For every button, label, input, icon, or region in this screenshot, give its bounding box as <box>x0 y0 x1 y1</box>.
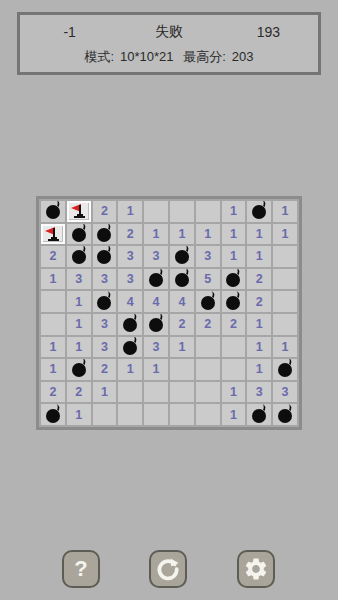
cell-r9c4[interactable] <box>118 382 142 403</box>
cell-r4c9[interactable]: 2 <box>247 269 271 290</box>
cell-r5c1[interactable] <box>41 291 65 312</box>
cell-r2c7[interactable]: 1 <box>196 224 220 245</box>
cell-r8c1[interactable]: 1 <box>41 359 65 380</box>
cell-r3c4[interactable]: 3 <box>118 246 142 267</box>
bomb-icon <box>175 273 189 287</box>
cell-r5c4[interactable]: 4 <box>118 291 142 312</box>
bomb-icon <box>97 296 111 310</box>
mode-row: 模式:10*10*21 最高分:203 <box>20 48 318 66</box>
cell-r9c3[interactable]: 1 <box>93 382 117 403</box>
bomb-icon <box>97 228 111 242</box>
cell-r5c6[interactable]: 4 <box>170 291 194 312</box>
cell-r3c6[interactable] <box>170 246 194 267</box>
bomb-icon <box>278 363 292 377</box>
cell-r5c7[interactable] <box>196 291 220 312</box>
cell-r4c4[interactable]: 3 <box>118 269 142 290</box>
cell-r1c3[interactable]: 2 <box>93 201 117 222</box>
cell-r4c3[interactable]: 3 <box>93 269 117 290</box>
cell-r2c5[interactable]: 1 <box>144 224 168 245</box>
cell-r8c4[interactable]: 1 <box>118 359 142 380</box>
bomb-icon <box>252 409 266 423</box>
cell-r6c1[interactable] <box>41 314 65 335</box>
cell-r10c2[interactable]: 1 <box>67 404 91 425</box>
cell-r2c9[interactable]: 1 <box>247 224 271 245</box>
restart-button[interactable] <box>149 550 187 588</box>
cell-r7c5[interactable]: 3 <box>144 337 168 358</box>
cell-r3c2[interactable] <box>67 246 91 267</box>
cell-r9c1[interactable]: 2 <box>41 382 65 403</box>
bomb-icon <box>46 409 60 423</box>
cell-r9c7[interactable] <box>196 382 220 403</box>
cell-r8c9[interactable]: 1 <box>247 359 271 380</box>
status-panel: -1 失败 193 模式:10*10*21 最高分:203 <box>17 12 321 75</box>
cell-r1c7[interactable] <box>196 201 220 222</box>
cell-r8c7[interactable] <box>196 359 220 380</box>
cell-r1c4[interactable]: 1 <box>118 201 142 222</box>
cell-r7c2[interactable]: 1 <box>67 337 91 358</box>
cell-r1c9[interactable] <box>247 201 271 222</box>
cell-r5c3[interactable] <box>93 291 117 312</box>
bomb-icon <box>226 273 240 287</box>
cell-r6c4[interactable] <box>118 314 142 335</box>
refresh-icon <box>155 556 181 582</box>
cell-r8c5[interactable]: 1 <box>144 359 168 380</box>
bomb-icon <box>201 296 215 310</box>
cell-r6c9[interactable]: 1 <box>247 314 271 335</box>
cell-r2c3[interactable] <box>93 224 117 245</box>
cell-r6c3[interactable]: 3 <box>93 314 117 335</box>
cell-r10c7[interactable] <box>196 404 220 425</box>
cell-r2c6[interactable]: 1 <box>170 224 194 245</box>
cell-r6c8[interactable]: 2 <box>222 314 246 335</box>
score-value: -1 <box>20 24 119 40</box>
cell-r7c9[interactable]: 1 <box>247 337 271 358</box>
cell-r5c9[interactable]: 2 <box>247 291 271 312</box>
cell-r9c10[interactable]: 3 <box>273 382 297 403</box>
cell-r10c1[interactable] <box>41 404 65 425</box>
cell-r1c8[interactable]: 1 <box>222 201 246 222</box>
cell-r5c2[interactable]: 1 <box>67 291 91 312</box>
cell-r3c9[interactable]: 1 <box>247 246 271 267</box>
cell-r7c10[interactable]: 1 <box>273 337 297 358</box>
cell-r9c8[interactable]: 1 <box>222 382 246 403</box>
cell-r6c7[interactable]: 2 <box>196 314 220 335</box>
cell-r10c5[interactable] <box>144 404 168 425</box>
bomb-icon <box>123 341 137 355</box>
cell-r1c5[interactable] <box>144 201 168 222</box>
cell-r6c6[interactable]: 2 <box>170 314 194 335</box>
cell-r9c2[interactable]: 2 <box>67 382 91 403</box>
cell-r10c3[interactable] <box>93 404 117 425</box>
cell-r10c4[interactable] <box>118 404 142 425</box>
cell-r5c10[interactable] <box>273 291 297 312</box>
mode-label: 模式: <box>84 49 114 64</box>
board-grid: 2111211111123331113335214442132221113311… <box>36 196 302 430</box>
cell-r8c6[interactable] <box>170 359 194 380</box>
cell-r3c3[interactable] <box>93 246 117 267</box>
cell-r4c2[interactable]: 3 <box>67 269 91 290</box>
cell-r2c8[interactable]: 1 <box>222 224 246 245</box>
cell-r3c8[interactable]: 1 <box>222 246 246 267</box>
highscore-label: 最高分: <box>183 49 226 64</box>
bomb-icon <box>72 250 86 264</box>
bomb-icon <box>278 409 292 423</box>
bomb-icon <box>175 250 189 264</box>
cell-r7c1[interactable]: 1 <box>41 337 65 358</box>
bomb-icon <box>149 318 163 332</box>
bomb-icon <box>72 228 86 242</box>
cell-r4c6[interactable] <box>170 269 194 290</box>
cell-r8c2[interactable] <box>67 359 91 380</box>
cell-r4c1[interactable]: 1 <box>41 269 65 290</box>
gear-icon <box>243 556 269 582</box>
cell-r9c5[interactable] <box>144 382 168 403</box>
cell-r7c6[interactable]: 1 <box>170 337 194 358</box>
cell-r8c8[interactable] <box>222 359 246 380</box>
cell-r5c5[interactable]: 4 <box>144 291 168 312</box>
cell-r3c7[interactable]: 3 <box>196 246 220 267</box>
cell-r3c5[interactable]: 3 <box>144 246 168 267</box>
cell-r6c5[interactable] <box>144 314 168 335</box>
flag-icon <box>71 204 86 218</box>
cell-r1c6[interactable] <box>170 201 194 222</box>
bomb-icon <box>123 318 137 332</box>
cell-r2c1[interactable] <box>41 224 65 245</box>
bomb-icon <box>72 363 86 377</box>
settings-button[interactable] <box>237 550 275 588</box>
timer-value: 193 <box>219 24 318 40</box>
cell-r7c8[interactable] <box>222 337 246 358</box>
status-row: -1 失败 193 <box>20 23 318 41</box>
bomb-icon <box>97 250 111 264</box>
cell-r6c10[interactable] <box>273 314 297 335</box>
cell-r10c9[interactable] <box>247 404 271 425</box>
cell-r3c10[interactable] <box>273 246 297 267</box>
mode-value: 10*10*21 <box>120 49 174 64</box>
cell-r5c8[interactable] <box>222 291 246 312</box>
cell-r4c10[interactable] <box>273 269 297 290</box>
bomb-icon <box>252 205 266 219</box>
cell-r4c8[interactable] <box>222 269 246 290</box>
bomb-icon <box>46 205 60 219</box>
cell-r1c1[interactable] <box>41 201 65 222</box>
cell-r3c1[interactable]: 2 <box>41 246 65 267</box>
cell-r4c5[interactable] <box>144 269 168 290</box>
bomb-icon <box>149 273 163 287</box>
cell-r2c2[interactable] <box>67 224 91 245</box>
cell-r9c9[interactable]: 3 <box>247 382 271 403</box>
question-mark-icon: ? <box>74 556 87 582</box>
cell-r8c3[interactable]: 2 <box>93 359 117 380</box>
cell-r2c10[interactable]: 1 <box>273 224 297 245</box>
cell-r1c2[interactable] <box>67 201 91 222</box>
cell-r9c6[interactable] <box>170 382 194 403</box>
cell-r1c10[interactable]: 1 <box>273 201 297 222</box>
cell-r7c3[interactable]: 3 <box>93 337 117 358</box>
cell-r10c8[interactable]: 1 <box>222 404 246 425</box>
bomb-icon <box>226 296 240 310</box>
cell-r7c7[interactable] <box>196 337 220 358</box>
cell-r2c4[interactable]: 2 <box>118 224 142 245</box>
cell-r7c4[interactable] <box>118 337 142 358</box>
highscore-value: 203 <box>232 49 254 64</box>
status-text: 失败 <box>119 23 218 41</box>
cell-r6c2[interactable]: 1 <box>67 314 91 335</box>
cell-r4c7[interactable]: 5 <box>196 269 220 290</box>
help-button[interactable]: ? <box>62 550 100 588</box>
cell-r10c10[interactable] <box>273 404 297 425</box>
flag-icon <box>45 227 60 241</box>
cell-r8c10[interactable] <box>273 359 297 380</box>
cell-r10c6[interactable] <box>170 404 194 425</box>
